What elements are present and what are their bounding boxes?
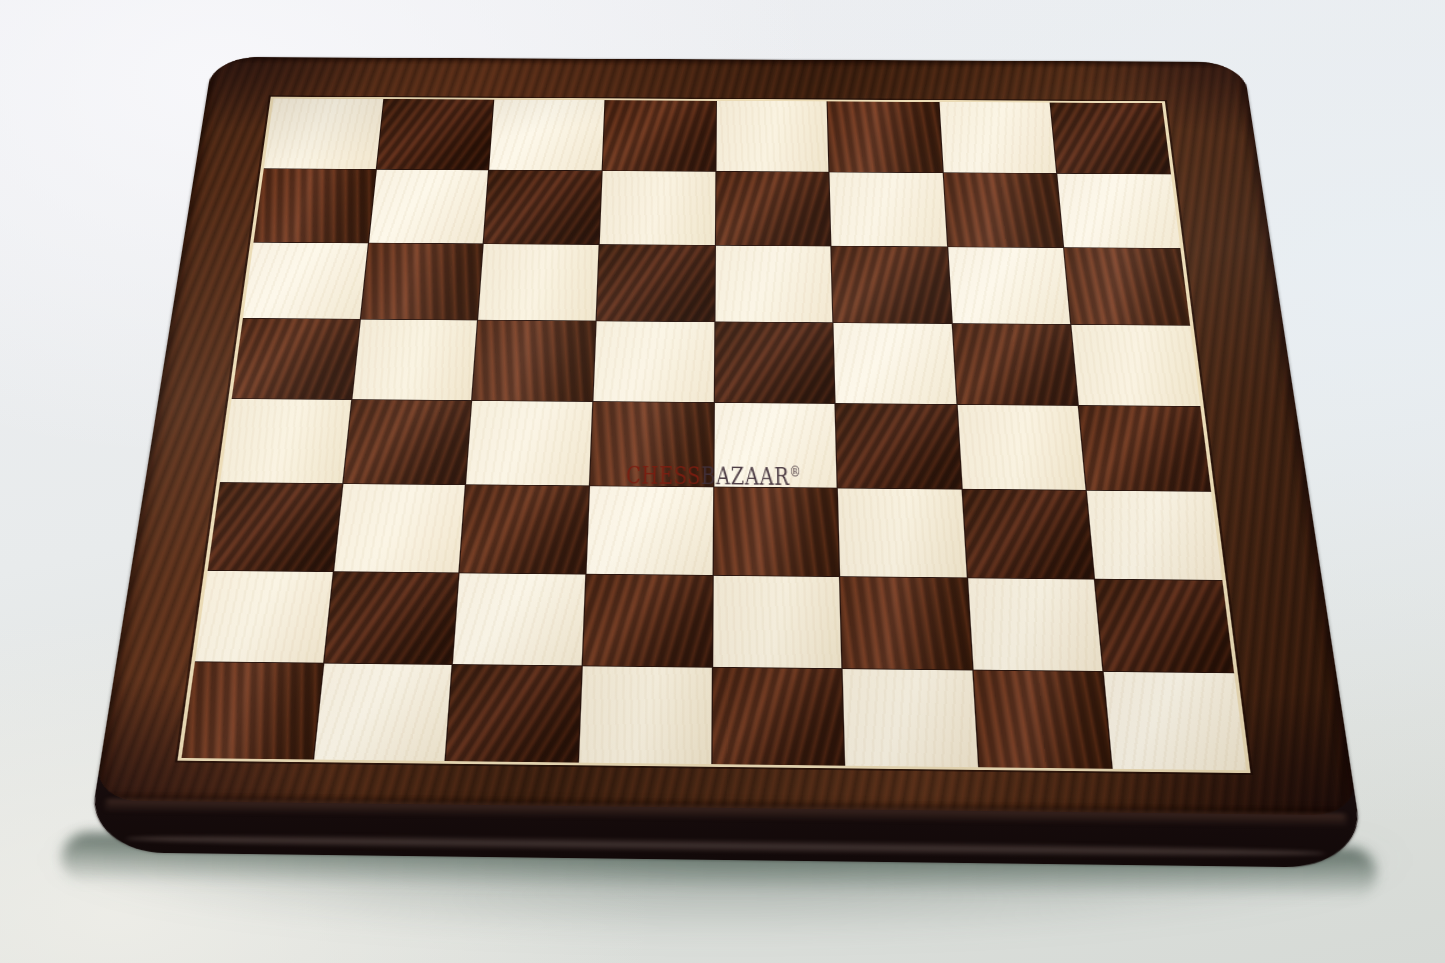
square-c1 [446,665,581,762]
square-c6 [478,244,598,321]
square-f6 [832,246,952,323]
square-f3 [838,488,967,577]
square-f5 [834,323,957,404]
square-e7 [715,172,830,246]
square-h8 [1051,103,1171,174]
chess-board: CHESSBAZAAR® [86,57,1366,868]
square-h2 [1095,579,1234,672]
square-a5 [232,319,360,399]
square-a8 [264,98,383,168]
square-a3 [208,483,342,571]
square-g3 [962,489,1094,578]
brand-watermark-text: CHESSBAZAAR® [626,463,801,489]
square-d5 [593,321,714,402]
registered-trademark-icon: ® [789,463,800,479]
square-h1 [1104,672,1246,770]
square-f1 [843,669,978,767]
squares-grid [182,98,1247,770]
square-a6 [243,242,368,319]
brand-watermark-chess: CHESS [626,461,702,489]
square-h6 [1065,248,1191,326]
square-h5 [1072,325,1201,406]
square-g4 [957,405,1086,490]
square-h4 [1079,406,1211,491]
square-b2 [324,572,459,665]
square-g7 [944,173,1064,247]
square-c2 [453,573,585,666]
square-c8 [489,100,604,171]
square-c7 [484,170,601,244]
square-e5 [714,322,834,403]
square-b3 [334,484,465,572]
square-d3 [586,486,712,575]
square-d6 [597,245,715,322]
product-photo-scene: CHESSBAZAAR® [0,0,1445,963]
square-h3 [1087,490,1222,579]
brand-watermark-bazaar: BAZAAR [701,462,790,491]
board-top-surface: CHESSBAZAAR® [94,57,1358,816]
square-g6 [948,247,1071,324]
square-b8 [377,99,494,169]
square-b1 [314,664,452,761]
square-h7 [1058,174,1181,248]
square-a1 [182,662,323,759]
square-c5 [472,321,595,402]
square-d1 [579,667,712,765]
square-b6 [361,243,483,320]
square-b7 [369,170,489,244]
square-a7 [254,169,376,242]
square-e3 [713,487,839,576]
square-e1 [712,668,844,766]
square-g1 [973,671,1112,769]
square-d7 [600,171,715,245]
square-d8 [603,100,716,171]
square-e2 [713,575,842,668]
square-g2 [968,578,1103,671]
square-f4 [836,404,962,489]
playing-area [177,97,1250,773]
square-e8 [716,101,829,172]
square-g5 [953,324,1079,405]
square-a4 [220,399,351,483]
square-g8 [939,102,1056,173]
square-f7 [830,172,947,246]
square-e6 [715,245,833,322]
square-d2 [583,574,712,667]
square-c3 [460,485,589,573]
square-a2 [195,570,332,662]
square-c4 [466,401,592,485]
square-f8 [828,101,943,172]
square-b5 [352,320,477,400]
square-b4 [343,400,471,484]
square-f2 [840,577,972,670]
